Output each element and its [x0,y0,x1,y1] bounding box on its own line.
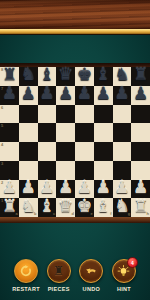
piece-black-knight[interactable]: ♞ [21,66,36,83]
hint-button[interactable]: 4 HINT [110,259,138,292]
gold-trim-stripe [0,29,150,35]
square-b7[interactable]: ♟ [19,86,38,105]
piece-white-bishop[interactable]: ♝ [96,198,111,215]
piece-black-pawn[interactable]: ♟ [21,85,36,102]
square-e4[interactable] [75,142,94,161]
square-g7[interactable]: ♟ [113,86,132,105]
square-d7[interactable]: ♟ [56,86,75,105]
square-c7[interactable]: ♟ [38,86,57,105]
square-h1[interactable]: h♜ [131,198,150,217]
square-h6[interactable] [131,105,150,124]
piece-white-rook[interactable]: ♜ [133,198,148,215]
square-f6[interactable] [94,105,113,124]
piece-black-king[interactable]: ♚ [77,66,92,83]
wood-header [0,0,150,29]
square-e7[interactable]: ♟ [75,86,94,105]
board-squares: 8♜♞♝♛♚♝♞♜7♟♟♟♟♟♟♟♟65432♟♟♟♟♟♟♟♟1a♜b♞c♝d♛… [0,67,150,217]
square-c4[interactable] [38,142,57,161]
square-d1[interactable]: d♛ [56,198,75,217]
restart-button[interactable]: RESTART [12,259,40,292]
square-a6[interactable]: 6 [0,105,19,124]
hint-count-badge: 4 [127,257,138,268]
rank-label-5: 5 [1,124,3,128]
restart-label: RESTART [12,286,40,292]
piece-black-queen[interactable]: ♛ [58,66,73,83]
square-b6[interactable] [19,105,38,124]
square-f1[interactable]: f♝ [94,198,113,217]
square-h5[interactable] [131,123,150,142]
square-b1[interactable]: b♞ [19,198,38,217]
square-h4[interactable] [131,142,150,161]
restart-icon [20,265,32,277]
restart-button-circle [14,259,38,283]
square-c5[interactable] [38,123,57,142]
piece-white-pawn[interactable]: ♟ [77,179,92,196]
piece-white-king[interactable]: ♚ [77,198,92,215]
square-a4[interactable]: 4 [0,142,19,161]
chess-app: 8♜♞♝♛♚♝♞♜7♟♟♟♟♟♟♟♟65432♟♟♟♟♟♟♟♟1a♜b♞c♝d♛… [0,0,150,300]
square-b4[interactable] [19,142,38,161]
square-g6[interactable] [113,105,132,124]
piece-black-pawn[interactable]: ♟ [114,85,129,102]
square-e5[interactable] [75,123,94,142]
square-g4[interactable] [113,142,132,161]
hint-button-circle: 4 [112,259,136,283]
undo-button[interactable]: UNDO [77,259,105,292]
square-a7[interactable]: 7♟ [0,86,19,105]
board-bottom-rail [0,217,150,223]
square-b5[interactable] [19,123,38,142]
piece-white-queen[interactable]: ♛ [58,198,73,215]
chess-board: 8♜♞♝♛♚♝♞♜7♟♟♟♟♟♟♟♟65432♟♟♟♟♟♟♟♟1a♜b♞c♝d♛… [0,63,150,223]
square-f7[interactable]: ♟ [94,86,113,105]
piece-white-bishop[interactable]: ♝ [39,198,54,215]
piece-white-rook[interactable]: ♜ [2,198,17,215]
piece-white-pawn[interactable]: ♟ [39,179,54,196]
piece-black-pawn[interactable]: ♟ [96,85,111,102]
square-e1[interactable]: e♚ [75,198,94,217]
piece-black-pawn[interactable]: ♟ [58,85,73,102]
piece-black-pawn[interactable]: ♟ [133,85,148,102]
piece-white-pawn[interactable]: ♟ [21,179,36,196]
square-g5[interactable] [113,123,132,142]
piece-white-pawn[interactable]: ♟ [96,179,111,196]
square-h7[interactable]: ♟ [131,86,150,105]
piece-white-pawn[interactable]: ♟ [133,179,148,196]
pieces-button[interactable]: ♜ PIECES [45,259,73,292]
square-d6[interactable] [56,105,75,124]
piece-black-pawn[interactable]: ♟ [77,85,92,102]
square-c1[interactable]: c♝ [38,198,57,217]
toolbar: RESTART ♜ PIECES UNDO [0,259,150,292]
square-e6[interactable] [75,105,94,124]
square-g1[interactable]: g♞ [113,198,132,217]
piece-white-pawn[interactable]: ♟ [2,179,17,196]
piece-black-bishop[interactable]: ♝ [96,66,111,83]
piece-white-knight[interactable]: ♞ [21,198,36,215]
square-c6[interactable] [38,105,57,124]
rank-label-3: 3 [1,162,3,166]
square-f4[interactable] [94,142,113,161]
piece-white-knight[interactable]: ♞ [114,198,129,215]
square-d4[interactable] [56,142,75,161]
square-f5[interactable] [94,123,113,142]
piece-black-pawn[interactable]: ♟ [39,85,54,102]
rank-label-6: 6 [1,106,3,110]
rook-icon: ♜ [53,265,64,277]
rank-label-4: 4 [1,143,3,147]
piece-black-bishop[interactable]: ♝ [39,66,54,83]
piece-black-rook[interactable]: ♜ [2,66,17,83]
piece-white-pawn[interactable]: ♟ [114,179,129,196]
piece-black-pawn[interactable]: ♟ [2,85,17,102]
square-a5[interactable]: 5 [0,123,19,142]
square-d5[interactable] [56,123,75,142]
square-a1[interactable]: 1a♜ [0,198,19,217]
pieces-label: PIECES [48,286,70,292]
pieces-button-circle: ♜ [47,259,71,283]
hint-label: HINT [117,286,131,292]
piece-black-rook[interactable]: ♜ [133,66,148,83]
undo-button-circle [79,259,103,283]
undo-arrow-icon [85,265,98,278]
undo-label: UNDO [83,286,100,292]
piece-white-pawn[interactable]: ♟ [58,179,73,196]
piece-black-knight[interactable]: ♞ [114,66,129,83]
